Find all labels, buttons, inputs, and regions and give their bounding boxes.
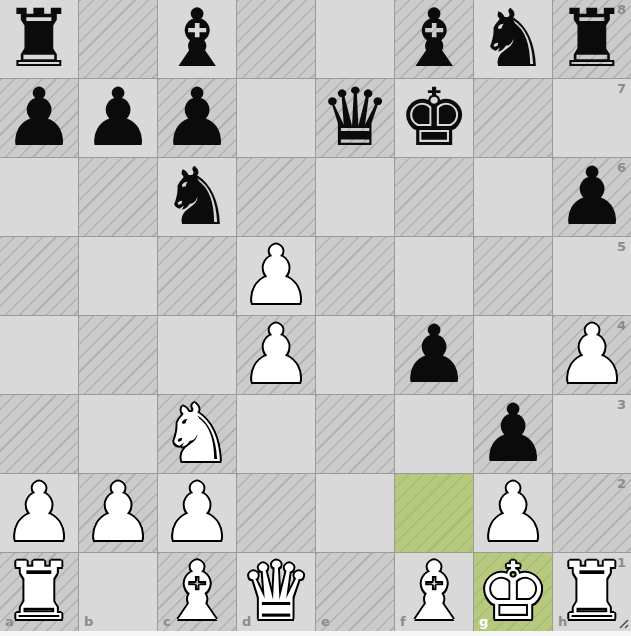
square-f7[interactable]: ♚ [395, 79, 473, 157]
square-b5[interactable] [79, 237, 157, 315]
piece-black-pawn[interactable]: ♟ [474, 395, 552, 473]
square-g5[interactable] [474, 237, 552, 315]
square-h5[interactable]: 5 [553, 237, 631, 315]
rank-label-2: 2 [617, 476, 626, 491]
rank-label-3: 3 [617, 397, 626, 412]
square-b6[interactable] [79, 158, 157, 236]
square-f2[interactable] [395, 474, 473, 552]
rank-label-1: 1 [617, 555, 626, 570]
square-e1[interactable]: e [316, 553, 394, 631]
square-f8[interactable]: ♝ [395, 0, 473, 78]
square-b1[interactable]: b [79, 553, 157, 631]
piece-white-pawn[interactable]: ♟ [0, 474, 78, 552]
square-c6[interactable]: ♞ [158, 158, 236, 236]
square-f5[interactable] [395, 237, 473, 315]
square-a5[interactable] [0, 237, 78, 315]
rank-label-8: 8 [617, 2, 626, 17]
piece-black-knight[interactable]: ♞ [158, 158, 236, 236]
piece-white-pawn[interactable]: ♟ [79, 474, 157, 552]
square-d5[interactable]: ♟ [237, 237, 315, 315]
piece-black-knight[interactable]: ♞ [474, 0, 552, 78]
square-a3[interactable] [0, 395, 78, 473]
piece-black-king[interactable]: ♚ [395, 79, 473, 157]
square-e6[interactable] [316, 158, 394, 236]
file-label-c: c [163, 614, 171, 629]
piece-white-pawn[interactable]: ♟ [158, 474, 236, 552]
square-c3[interactable]: ♞ [158, 395, 236, 473]
square-f6[interactable] [395, 158, 473, 236]
chess-board[interactable]: ♜♝♝♞♜8♟♟♟♛♚7♞♟6♟5♟♟♟4♞♟3♟♟♟♟2♜ab♝c♛de♝f♚… [0, 0, 631, 631]
square-a8[interactable]: ♜ [0, 0, 78, 78]
square-a6[interactable] [0, 158, 78, 236]
square-b2[interactable]: ♟ [79, 474, 157, 552]
square-d3[interactable] [237, 395, 315, 473]
square-b7[interactable]: ♟ [79, 79, 157, 157]
square-b4[interactable] [79, 316, 157, 394]
square-h3[interactable]: 3 [553, 395, 631, 473]
file-label-e: e [321, 614, 330, 629]
square-a4[interactable] [0, 316, 78, 394]
square-g3[interactable]: ♟ [474, 395, 552, 473]
piece-white-knight[interactable]: ♞ [158, 395, 236, 473]
piece-white-pawn[interactable]: ♟ [474, 474, 552, 552]
rank-label-6: 6 [617, 160, 626, 175]
piece-white-bishop[interactable]: ♝ [395, 553, 473, 631]
file-label-d: d [242, 614, 251, 629]
square-f1[interactable]: ♝f [395, 553, 473, 631]
piece-black-rook[interactable]: ♜ [0, 0, 78, 78]
square-e7[interactable]: ♛ [316, 79, 394, 157]
square-c5[interactable] [158, 237, 236, 315]
square-e8[interactable] [316, 0, 394, 78]
file-label-g: g [479, 614, 488, 629]
square-g6[interactable] [474, 158, 552, 236]
file-label-f: f [400, 614, 406, 629]
square-g2[interactable]: ♟ [474, 474, 552, 552]
square-g1[interactable]: ♚g [474, 553, 552, 631]
square-d4[interactable]: ♟ [237, 316, 315, 394]
piece-black-pawn[interactable]: ♟ [79, 79, 157, 157]
rank-label-7: 7 [617, 81, 626, 96]
piece-black-queen[interactable]: ♛ [316, 79, 394, 157]
square-h2[interactable]: 2 [553, 474, 631, 552]
square-g7[interactable] [474, 79, 552, 157]
square-d7[interactable] [237, 79, 315, 157]
square-c7[interactable]: ♟ [158, 79, 236, 157]
square-d6[interactable] [237, 158, 315, 236]
square-a1[interactable]: ♜a [0, 553, 78, 631]
piece-black-pawn[interactable]: ♟ [158, 79, 236, 157]
file-label-b: b [84, 614, 93, 629]
resize-grip-icon[interactable] [617, 617, 629, 629]
piece-black-pawn[interactable]: ♟ [0, 79, 78, 157]
square-e2[interactable] [316, 474, 394, 552]
square-c8[interactable]: ♝ [158, 0, 236, 78]
square-h7[interactable]: 7 [553, 79, 631, 157]
square-e5[interactable] [316, 237, 394, 315]
piece-black-pawn[interactable]: ♟ [395, 316, 473, 394]
rank-label-5: 5 [617, 239, 626, 254]
square-e3[interactable] [316, 395, 394, 473]
piece-black-bishop[interactable]: ♝ [158, 0, 236, 78]
square-g8[interactable]: ♞ [474, 0, 552, 78]
square-g4[interactable] [474, 316, 552, 394]
piece-white-pawn[interactable]: ♟ [237, 237, 315, 315]
square-e4[interactable] [316, 316, 394, 394]
file-label-a: a [5, 614, 14, 629]
rank-label-4: 4 [617, 318, 626, 333]
square-c4[interactable] [158, 316, 236, 394]
square-d8[interactable] [237, 0, 315, 78]
square-h4[interactable]: ♟4 [553, 316, 631, 394]
piece-black-bishop[interactable]: ♝ [395, 0, 473, 78]
square-d2[interactable] [237, 474, 315, 552]
square-d1[interactable]: ♛d [237, 553, 315, 631]
square-a7[interactable]: ♟ [0, 79, 78, 157]
piece-white-pawn[interactable]: ♟ [237, 316, 315, 394]
square-b8[interactable] [79, 0, 157, 78]
square-b3[interactable] [79, 395, 157, 473]
square-a2[interactable]: ♟ [0, 474, 78, 552]
square-h6[interactable]: ♟6 [553, 158, 631, 236]
file-label-h: h [558, 614, 567, 629]
square-h8[interactable]: ♜8 [553, 0, 631, 78]
square-f4[interactable]: ♟ [395, 316, 473, 394]
square-c1[interactable]: ♝c [158, 553, 236, 631]
square-c2[interactable]: ♟ [158, 474, 236, 552]
square-f3[interactable] [395, 395, 473, 473]
